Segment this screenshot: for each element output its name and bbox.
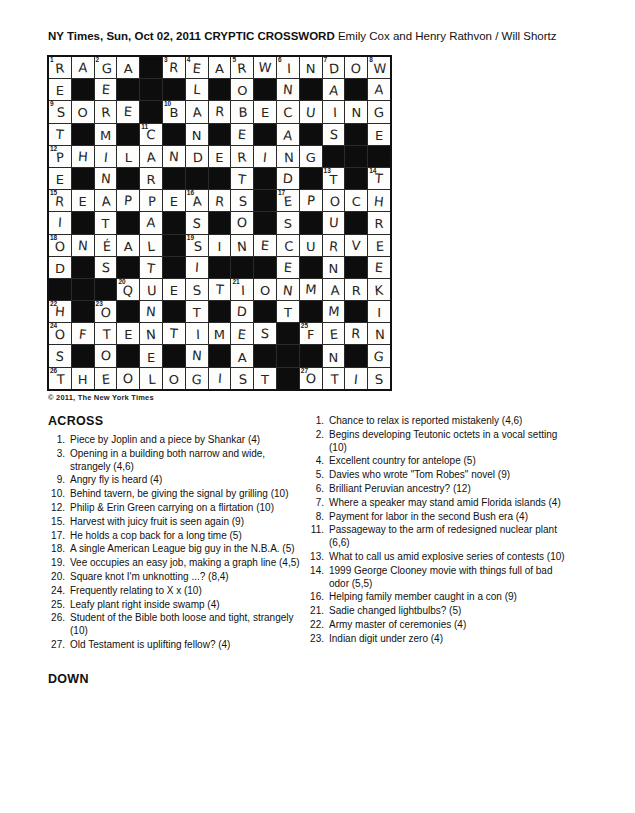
grid-cell[interactable]: L xyxy=(140,235,162,256)
grid-cell[interactable]: 7D xyxy=(323,57,345,78)
clue-item: 6.Brilliant Peruvian ancestry? (12) xyxy=(307,483,573,496)
clue-item: 16.Helping family member caught in a con… xyxy=(307,591,573,604)
clue-item-text: Army master of ceremonies (4) xyxy=(329,619,573,632)
grid-cell[interactable]: V xyxy=(345,235,367,256)
grid-cell[interactable]: 8W xyxy=(368,57,390,78)
black-cell xyxy=(163,235,185,256)
clue-column-left: ACROSS 1.Piece by Joplin and a piece by … xyxy=(48,414,301,686)
handwritten-letter: G xyxy=(300,146,322,167)
handwritten-letter: I xyxy=(186,323,209,345)
black-cell xyxy=(300,124,322,145)
grid-cell[interactable]: 19S xyxy=(186,235,208,256)
handwritten-letter: I xyxy=(278,57,301,79)
handwritten-letter: Q xyxy=(116,278,140,301)
grid-cell[interactable]: S xyxy=(186,212,208,233)
grid-cell[interactable]: T xyxy=(323,368,345,389)
grid-cell[interactable]: T xyxy=(209,279,231,300)
grid-cell[interactable]: S xyxy=(368,368,390,389)
grid-cell[interactable]: É xyxy=(95,235,117,256)
grid-cell[interactable]: H xyxy=(72,368,94,389)
across-clue-list: 1.Piece by Joplin and a piece by Shankar… xyxy=(48,434,301,652)
grid-cell[interactable]: G xyxy=(368,101,390,122)
black-cell xyxy=(117,168,139,189)
grid-cell[interactable]: I xyxy=(368,301,390,322)
grid-cell[interactable]: S xyxy=(186,279,208,300)
grid-cell[interactable]: G xyxy=(300,146,322,167)
black-cell xyxy=(117,212,139,233)
handwritten-letter: D xyxy=(322,56,346,79)
grid-cell[interactable]: E xyxy=(323,323,345,344)
grid-cell[interactable]: R xyxy=(323,235,345,256)
grid-cell[interactable]: 5R xyxy=(231,57,253,78)
handwritten-letter: R xyxy=(94,100,118,123)
handwritten-letter: S xyxy=(367,367,391,390)
black-cell xyxy=(163,345,185,366)
grid-cell[interactable]: U xyxy=(140,279,162,300)
black-cell xyxy=(95,279,117,300)
grid-cell[interactable]: E xyxy=(368,235,390,256)
handwritten-letter: E xyxy=(185,56,209,79)
handwritten-letter: T xyxy=(162,322,185,345)
handwritten-letter: E xyxy=(254,233,277,256)
grid-cell[interactable]: T xyxy=(163,323,185,344)
grid-cell[interactable]: I xyxy=(186,323,208,344)
grid-cell[interactable]: G xyxy=(186,368,208,389)
grid-cell[interactable]: N xyxy=(323,345,345,366)
handwritten-letter: P xyxy=(48,145,72,168)
clue-item-text: Excellent country for antelope (5) xyxy=(329,455,573,468)
clue-item-text: Behind tavern, be giving the signal by g… xyxy=(70,488,301,501)
down-header: DOWN xyxy=(48,672,301,686)
grid-cell[interactable]: L xyxy=(117,146,139,167)
grid-cell[interactable]: T xyxy=(95,323,117,344)
grid-cell[interactable]: N xyxy=(323,257,345,278)
black-cell xyxy=(209,257,231,278)
grid-cell[interactable]: T xyxy=(254,368,276,389)
grid-cell[interactable]: N xyxy=(186,345,208,366)
grid-cell[interactable]: I xyxy=(323,101,345,122)
clue-number: 10 xyxy=(164,100,171,108)
grid-cell[interactable]: T xyxy=(186,301,208,322)
clue-item: 27.Old Testament is uplifting fellow? (4… xyxy=(48,639,301,652)
handwritten-letter: S xyxy=(232,367,255,389)
grid-cell[interactable]: 23O xyxy=(95,301,117,322)
handwritten-letter: B xyxy=(232,101,255,123)
grid-cell[interactable]: P xyxy=(140,190,162,211)
grid-cell[interactable]: O xyxy=(231,79,253,100)
grid-cell[interactable]: T xyxy=(49,124,71,145)
handwritten-letter: N xyxy=(185,344,208,367)
handwritten-letter: E xyxy=(49,168,71,189)
grid-cell[interactable]: T xyxy=(277,301,299,322)
clue-item-number: 10. xyxy=(48,488,65,501)
handwritten-letter: H xyxy=(48,299,71,322)
handwritten-letter: N xyxy=(186,124,208,145)
grid-cell[interactable]: S xyxy=(277,212,299,233)
handwritten-letter: E xyxy=(276,189,300,212)
grid-cell[interactable]: 22H xyxy=(49,301,71,322)
grid-cell[interactable]: E xyxy=(254,101,276,122)
clue-item: 13.What to call us amid explosive series… xyxy=(307,551,573,564)
handwritten-letter: O xyxy=(117,366,140,389)
grid-cell[interactable]: C xyxy=(345,190,367,211)
grid-cell[interactable]: S xyxy=(95,257,117,278)
clue-item-text: Where a speaker may stand amid Florida i… xyxy=(329,497,573,510)
handwritten-letter: T xyxy=(277,301,299,322)
grid-cell[interactable]: D xyxy=(49,257,71,278)
grid-cell[interactable]: I xyxy=(209,368,231,389)
grid-cell[interactable]: R xyxy=(209,101,231,122)
black-cell xyxy=(323,146,345,167)
clue-item: 5.Davies who wrote "Tom Robes" novel (9) xyxy=(307,469,573,482)
handwritten-letter: E xyxy=(368,124,390,145)
clue-item: 7.Where a speaker may stand amid Florida… xyxy=(307,497,573,510)
clue-item: 21.Sadie changed lightbulbs? (5) xyxy=(307,605,573,618)
copyright-line: © 2011, The New York Times xyxy=(48,393,154,402)
grid-cell[interactable]: E xyxy=(368,124,390,145)
grid-cell[interactable]: E xyxy=(117,323,139,344)
grid-cell[interactable]: 2G xyxy=(95,57,117,78)
grid-cell[interactable]: 27O xyxy=(300,368,322,389)
clue-item-number: 14. xyxy=(307,565,324,591)
grid-cell[interactable]: A xyxy=(277,124,299,145)
handwritten-letter: T xyxy=(50,367,73,389)
handwritten-letter: A xyxy=(231,345,253,366)
grid-cell[interactable]: E xyxy=(209,146,231,167)
handwritten-letter: K xyxy=(367,278,391,301)
handwritten-letter: O xyxy=(231,211,254,234)
clue-item: 1.Chance to relax is reported mistakenly… xyxy=(307,415,573,428)
clue-item: 12.Philip & Erin Green carrying on a fli… xyxy=(48,502,301,515)
handwritten-letter: A xyxy=(140,211,163,234)
grid-cell[interactable]: N xyxy=(300,57,322,78)
handwritten-letter: I xyxy=(209,235,231,256)
grid-cell[interactable]: N xyxy=(277,79,299,100)
clue-item-number: 6. xyxy=(307,483,324,496)
handwritten-letter: U xyxy=(322,211,345,234)
grid-cell[interactable]: E xyxy=(163,279,185,300)
grid-cell[interactable]: L xyxy=(186,79,208,100)
grid-cell[interactable]: 3R xyxy=(163,57,185,78)
grid-cell[interactable]: D xyxy=(186,146,208,167)
grid-cell[interactable]: A xyxy=(117,235,139,256)
grid-cell[interactable]: S xyxy=(323,124,345,145)
grid-cell[interactable]: E xyxy=(277,257,299,278)
grid-cell[interactable]: 16A xyxy=(186,190,208,211)
grid-cell[interactable]: C xyxy=(277,101,299,122)
grid-cell[interactable]: 24O xyxy=(49,323,71,344)
handwritten-letter: N xyxy=(230,234,254,257)
grid-cell[interactable]: O xyxy=(117,368,139,389)
grid-cell[interactable]: I xyxy=(209,235,231,256)
grid-cell[interactable]: O xyxy=(163,368,185,389)
black-cell xyxy=(300,79,322,100)
handwritten-letter: S xyxy=(186,234,209,256)
grid-cell[interactable]: 15R xyxy=(49,190,71,211)
grid-cell[interactable]: 1R xyxy=(49,57,71,78)
grid-cell[interactable]: E xyxy=(231,124,253,145)
clue-item: 18.A single American League big guy in t… xyxy=(48,543,301,556)
grid-cell[interactable]: M xyxy=(209,323,231,344)
grid-cell[interactable]: L xyxy=(140,368,162,389)
grid-cell[interactable]: E xyxy=(140,345,162,366)
grid-cell[interactable]: R xyxy=(345,279,367,300)
grid-cell[interactable]: R xyxy=(209,190,231,211)
grid-cell[interactable]: A xyxy=(209,57,231,78)
grid-cell[interactable]: E xyxy=(95,79,117,100)
handwritten-letter: D xyxy=(231,299,254,322)
grid-cell[interactable]: A xyxy=(95,190,117,211)
clue-item: 9.Angry fly is heard (4) xyxy=(48,474,301,487)
clue-item: 20.Square knot I'm unknotting ...? (8,4) xyxy=(48,571,301,584)
handwritten-letter: T xyxy=(95,212,117,233)
clue-item-number: 27. xyxy=(48,639,65,652)
grid-cell[interactable]: S xyxy=(254,323,276,344)
clue-item-number: 18. xyxy=(48,543,65,556)
handwritten-letter: N xyxy=(276,77,299,100)
grid-cell[interactable]: B xyxy=(231,101,253,122)
grid-cell[interactable]: N xyxy=(186,124,208,145)
black-cell xyxy=(117,345,139,366)
clue-item: 3.Opening in a building both narrow and … xyxy=(48,448,301,474)
grid-cell[interactable]: D xyxy=(277,168,299,189)
black-cell xyxy=(163,212,185,233)
black-cell xyxy=(72,124,94,145)
grid-cell[interactable]: A xyxy=(72,57,94,78)
grid-cell[interactable]: R xyxy=(231,146,253,167)
black-cell xyxy=(345,79,367,100)
grid-cell[interactable]: N xyxy=(345,101,367,122)
grid-cell[interactable]: E xyxy=(163,190,185,211)
handwritten-letter: N xyxy=(369,323,392,345)
handwritten-letter: É xyxy=(95,234,118,256)
clue-item-number: 24. xyxy=(48,585,65,598)
grid-cell[interactable]: N xyxy=(163,146,185,167)
grid-cell[interactable]: 25F xyxy=(300,323,322,344)
black-cell xyxy=(140,79,162,100)
grid-cell[interactable]: 9S xyxy=(49,101,71,122)
grid-cell[interactable]: N xyxy=(95,168,117,189)
clue-item-text: Square knot I'm unknotting ...? (8,4) xyxy=(70,571,301,584)
grid-cell[interactable]: 13T xyxy=(323,168,345,189)
grid-cell[interactable]: U xyxy=(300,235,322,256)
grid-cell[interactable]: G xyxy=(368,345,390,366)
grid-cell[interactable]: 17E xyxy=(277,190,299,211)
clue-item-text: Opening in a building both narrow and wi… xyxy=(70,448,301,474)
handwritten-letter: A xyxy=(71,55,94,78)
grid-cell[interactable]: T xyxy=(231,168,253,189)
grid-cell[interactable]: I xyxy=(186,257,208,278)
grid-cell[interactable]: 4E xyxy=(186,57,208,78)
grid-cell[interactable]: O xyxy=(231,212,253,233)
black-cell xyxy=(117,124,139,145)
grid-cell[interactable]: C xyxy=(277,235,299,256)
grid-cell[interactable]: 20Q xyxy=(117,279,139,300)
clue-item-number: 9. xyxy=(48,474,65,487)
black-cell xyxy=(277,345,299,366)
grid-cell[interactable]: R xyxy=(345,323,367,344)
handwritten-letter: T xyxy=(230,167,254,190)
grid-cell[interactable]: E xyxy=(368,257,390,278)
grid-cell[interactable]: O xyxy=(72,101,94,122)
grid-cell[interactable]: 6I xyxy=(277,57,299,78)
grid-cell[interactable]: 26T xyxy=(49,368,71,389)
black-cell xyxy=(163,168,185,189)
grid-cell[interactable]: U xyxy=(300,101,322,122)
grid-cell[interactable]: T xyxy=(140,257,162,278)
handwritten-letter: O xyxy=(72,101,94,122)
black-cell xyxy=(345,301,367,322)
clue-item: 26.Student of the Bible both loose and t… xyxy=(48,612,301,638)
grid-cell[interactable]: I xyxy=(49,212,71,233)
clue-item: 4.Excellent country for antelope (5) xyxy=(307,455,573,468)
black-cell xyxy=(277,368,299,389)
black-cell xyxy=(254,79,276,100)
grid-cell[interactable]: F xyxy=(72,323,94,344)
grid-cell[interactable]: M xyxy=(300,279,322,300)
handwritten-letter: U xyxy=(141,278,164,300)
grid-cell[interactable]: E xyxy=(49,168,71,189)
handwritten-letter: L xyxy=(139,234,163,257)
black-cell xyxy=(72,301,94,322)
grid-cell[interactable]: E xyxy=(231,323,253,344)
handwritten-letter: R xyxy=(345,322,368,345)
grid-cell[interactable]: E xyxy=(49,79,71,100)
clue-item: 14.1999 George Clooney movie with things… xyxy=(307,565,573,591)
black-cell xyxy=(209,168,231,189)
black-cell xyxy=(254,345,276,366)
grid-cell[interactable]: H xyxy=(72,146,94,167)
grid-cell[interactable]: N xyxy=(368,323,390,344)
black-cell xyxy=(254,190,276,211)
grid-cell[interactable]: A xyxy=(186,101,208,122)
handwritten-letter: R xyxy=(162,55,185,78)
grid-cell[interactable]: S xyxy=(231,368,253,389)
clue-item-text: Old Testament is uplifting fellow? (4) xyxy=(70,639,301,652)
handwritten-letter: T xyxy=(323,367,346,389)
handwritten-letter: E xyxy=(209,146,231,167)
grid-cell[interactable]: P xyxy=(300,190,322,211)
handwritten-letter: F xyxy=(71,322,95,345)
puzzle-byline: Emily Cox and Henry Rathvon / Will Short… xyxy=(335,30,557,42)
grid-cell[interactable]: 21I xyxy=(231,279,253,300)
grid-cell[interactable]: W xyxy=(254,57,276,78)
clue-item-text: Vee occupies an easy job, making a graph… xyxy=(70,557,301,570)
grid-cell[interactable]: O xyxy=(95,345,117,366)
grid-cell[interactable]: A xyxy=(140,212,162,233)
handwritten-letter: C xyxy=(345,190,367,211)
black-cell xyxy=(254,168,276,189)
grid-cell[interactable]: N xyxy=(140,323,162,344)
black-cell xyxy=(209,124,231,145)
grid-cell[interactable]: 12P xyxy=(49,146,71,167)
clue-item-text: Philip & Erin Green carrying on a flirta… xyxy=(70,502,301,515)
grid-cell[interactable]: M xyxy=(95,124,117,145)
black-cell xyxy=(117,301,139,322)
black-cell xyxy=(72,345,94,366)
handwritten-letter: N xyxy=(278,145,301,167)
grid-cell[interactable]: A xyxy=(323,279,345,300)
clue-item: 19.Vee occupies an easy job, making a gr… xyxy=(48,557,301,570)
black-cell xyxy=(300,345,322,366)
grid-cell[interactable]: N xyxy=(277,146,299,167)
grid-cell[interactable]: M xyxy=(323,301,345,322)
black-cell xyxy=(140,57,162,78)
handwritten-letter: R xyxy=(230,145,254,168)
grid-cell[interactable]: A xyxy=(140,146,162,167)
black-cell xyxy=(300,212,322,233)
clue-number: 13 xyxy=(324,167,331,175)
grid-cell[interactable]: I xyxy=(345,368,367,389)
grid-cell[interactable]: N xyxy=(277,279,299,300)
grid-cell[interactable]: S xyxy=(49,345,71,366)
grid-cell[interactable]: U xyxy=(323,212,345,233)
grid-cell[interactable]: O xyxy=(345,57,367,78)
grid-cell[interactable]: P xyxy=(117,190,139,211)
handwritten-letter: H xyxy=(71,144,94,167)
grid-cell[interactable]: N xyxy=(231,235,253,256)
grid-cell[interactable]: H xyxy=(368,190,390,211)
black-cell xyxy=(117,257,139,278)
handwritten-letter: E xyxy=(117,323,139,344)
grid-cell[interactable]: E xyxy=(72,190,94,211)
handwritten-letter: S xyxy=(277,212,299,233)
grid-cell[interactable]: A xyxy=(368,79,390,100)
handwritten-letter: C xyxy=(276,100,300,123)
handwritten-letter: R xyxy=(48,56,72,79)
grid-cell[interactable]: 11C xyxy=(140,124,162,145)
grid-cell[interactable]: A xyxy=(231,345,253,366)
grid-cell[interactable]: A xyxy=(323,79,345,100)
handwritten-letter: H xyxy=(72,368,94,389)
grid-cell[interactable]: E xyxy=(254,235,276,256)
black-cell xyxy=(345,345,367,366)
grid-cell[interactable]: O xyxy=(254,279,276,300)
handwritten-letter: E xyxy=(231,122,254,145)
grid-cell[interactable]: A xyxy=(117,57,139,78)
black-cell xyxy=(209,212,231,233)
grid-cell[interactable]: R xyxy=(95,101,117,122)
black-cell xyxy=(186,168,208,189)
handwritten-letter: G xyxy=(367,100,391,123)
grid-cell[interactable]: O xyxy=(323,190,345,211)
grid-cell[interactable]: N xyxy=(72,235,94,256)
clue-item-number: 15. xyxy=(48,516,65,529)
handwritten-letter: T xyxy=(139,256,163,279)
grid-cell[interactable]: 10B xyxy=(163,101,185,122)
grid-cell[interactable]: K xyxy=(368,279,390,300)
clue-item-number: 2. xyxy=(307,429,324,455)
grid-cell[interactable]: I xyxy=(254,146,276,167)
grid-cell[interactable]: 14T xyxy=(368,168,390,189)
grid-cell[interactable]: E xyxy=(117,101,139,122)
grid-cell[interactable]: T xyxy=(95,212,117,233)
grid-cell[interactable]: 18O xyxy=(49,235,71,256)
black-cell xyxy=(163,79,185,100)
grid-cell[interactable]: D xyxy=(231,301,253,322)
grid-cell[interactable]: S xyxy=(231,190,253,211)
grid-cell[interactable]: E xyxy=(95,368,117,389)
crossword-grid: 1RA2GA3R4EA5RW6IN7DO8WEELONAA9SORE10BARB… xyxy=(47,55,392,391)
clue-item: 15.Harvest with juicy fruit is seen agai… xyxy=(48,516,301,529)
handwritten-letter: H xyxy=(367,189,391,212)
grid-cell[interactable]: R xyxy=(368,212,390,233)
grid-cell[interactable]: R xyxy=(140,168,162,189)
grid-cell[interactable]: N xyxy=(140,301,162,322)
handwritten-letter: E xyxy=(94,367,118,390)
handwritten-letter: U xyxy=(300,235,322,256)
grid-cell[interactable]: I xyxy=(95,146,117,167)
